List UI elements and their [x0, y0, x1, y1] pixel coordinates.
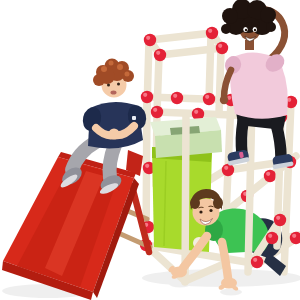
ball-connector-highlight: [208, 29, 212, 33]
ball-connector-highlight: [224, 166, 228, 170]
ball-connector-highlight: [146, 36, 150, 40]
ball-connector-highlight: [292, 234, 296, 238]
frame-tube: [219, 49, 221, 113]
ball-connector: [154, 49, 166, 61]
ball-connector: [151, 106, 163, 118]
ball-connector-highlight: [153, 108, 157, 112]
ball-connector: [216, 42, 228, 54]
frame-tube: [157, 56, 159, 112]
ball-connector: [144, 34, 156, 46]
ball-connector: [251, 256, 263, 268]
ball-connector-highlight: [268, 234, 272, 238]
ball-connector-highlight: [266, 172, 270, 176]
ball-connector: [206, 27, 218, 39]
ball-connector: [266, 232, 278, 244]
ball-connector-highlight: [156, 51, 160, 55]
scene-illustration: [0, 0, 300, 300]
frame-tube: [248, 104, 252, 272]
ball-connector-highlight: [276, 216, 280, 220]
ball-connector: [222, 164, 234, 176]
ball-connector-highlight: [218, 44, 222, 48]
ball-connector-highlight: [145, 164, 149, 168]
frame-tube: [209, 34, 211, 99]
frame-tube: [185, 114, 186, 282]
photo-stage: [0, 0, 300, 300]
ball-connector: [171, 92, 183, 104]
ball-connector-highlight: [205, 95, 209, 99]
ball-connector: [203, 93, 215, 105]
toddler-logo: [132, 116, 136, 120]
ball-connector: [264, 170, 276, 182]
ball-connector-highlight: [143, 93, 147, 97]
ball-connector: [141, 91, 153, 103]
boy-hair-side: [190, 197, 200, 209]
ball-connector-highlight: [194, 110, 198, 114]
ball-connector: [274, 214, 286, 226]
ball-connector-highlight: [173, 94, 177, 98]
ball-connector-highlight: [253, 258, 257, 262]
boy-hair-side: [213, 197, 223, 209]
